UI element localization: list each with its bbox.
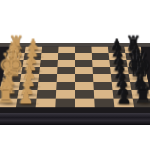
- board-square: [56, 82, 75, 90]
- board-square: [94, 99, 114, 108]
- board-square: [75, 90, 94, 98]
- board-square: [55, 99, 75, 108]
- board-square: [75, 60, 93, 67]
- board-square: [57, 74, 75, 82]
- board-square: [56, 90, 75, 98]
- board-square: [94, 90, 114, 98]
- board-square: [75, 74, 93, 82]
- board-square: [75, 53, 92, 60]
- board-square: [75, 82, 94, 90]
- board-square: [75, 67, 93, 74]
- board-square: [58, 53, 75, 60]
- board-square: [92, 53, 110, 60]
- board-front-edge: [0, 113, 150, 125]
- board-square: [93, 67, 111, 74]
- piece-glyph: ♜: [0, 84, 16, 106]
- board-square: [57, 60, 75, 67]
- board-square: [92, 60, 110, 67]
- board-square: [36, 99, 56, 108]
- chess-set-photo: ♜♟♟♜♞♟♟♞♝♟♟♝♛♟♟♛♚♟♟♚♝♟♟♝♞♟♟♞♜♟♟♜: [0, 0, 150, 150]
- board-square: [93, 82, 112, 90]
- piece-glyph: ♟: [116, 88, 132, 106]
- chess-board: ♜♟♟♜♞♟♟♞♝♟♟♝♛♟♟♛♚♟♟♚♝♟♟♝♞♟♟♞♜♟♟♜: [0, 43, 150, 113]
- piece-glyph: ♟: [18, 88, 34, 106]
- board-square: [93, 74, 112, 82]
- board-square: [57, 67, 75, 74]
- board-square: [75, 99, 95, 108]
- piece-glyph: ♜: [134, 84, 150, 106]
